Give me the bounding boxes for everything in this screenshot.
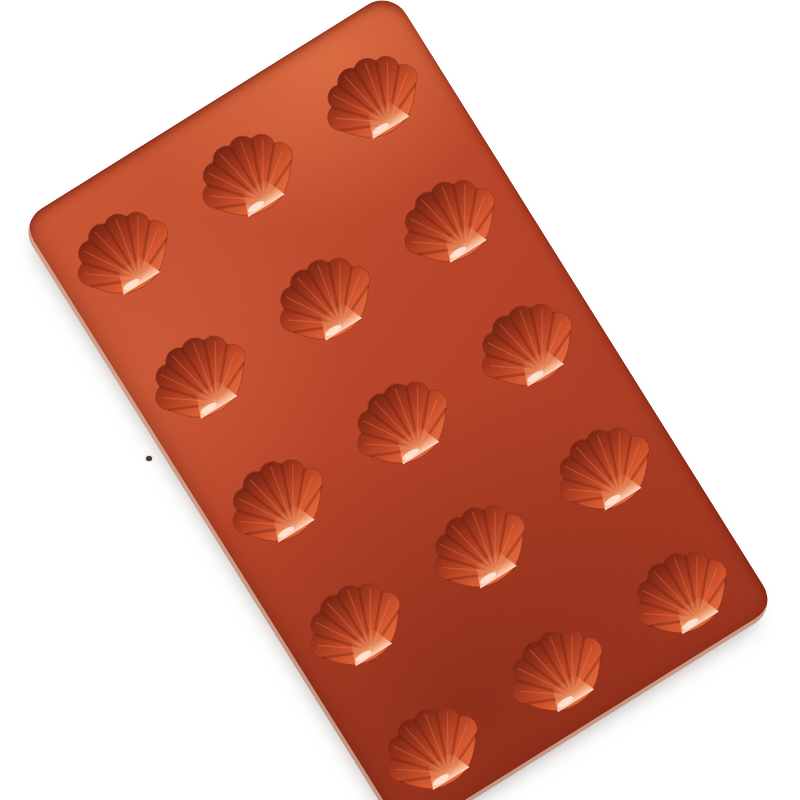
madeleine-cavity — [40, 168, 198, 324]
madeleine-cavity — [164, 90, 322, 246]
madeleine-cavity — [521, 384, 679, 540]
madeleine-cavity — [289, 12, 447, 168]
silicone-mold — [18, 0, 778, 800]
madeleine-cavity — [366, 136, 524, 292]
photo-canvas — [0, 0, 800, 800]
madeleine-cavity — [396, 462, 554, 618]
madeleine-cavity — [319, 338, 477, 494]
madeleine-cavity — [474, 585, 632, 741]
madeleine-cavity — [598, 508, 756, 664]
madeleine-cavity — [117, 292, 275, 448]
madeleine-cavity — [349, 663, 507, 800]
madeleine-cavity — [242, 214, 400, 370]
dust-speck — [146, 456, 152, 461]
madeleine-cavity — [195, 415, 353, 571]
madeleine-cavity — [444, 260, 602, 416]
cavity-grid — [18, 0, 778, 800]
madeleine-cavity — [272, 539, 430, 695]
